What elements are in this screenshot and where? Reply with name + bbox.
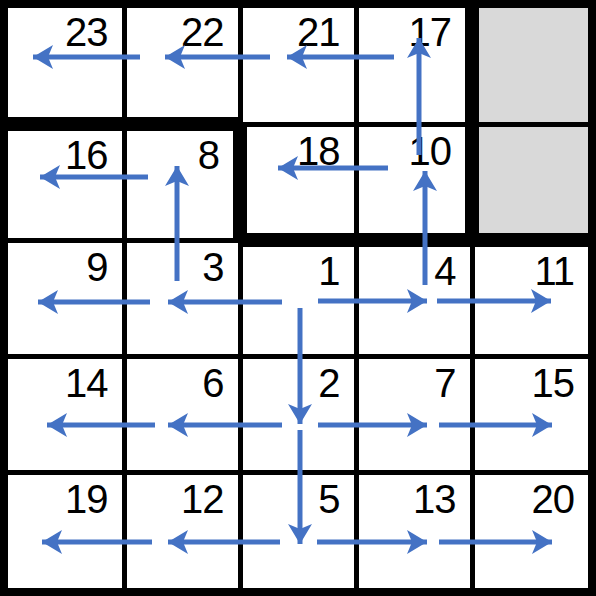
cell-number-6: 6 [202,363,223,403]
cell-r3c4[interactable]: 4 [359,247,470,354]
cell-r3c5[interactable]: 11 [475,247,589,354]
cell-r1c1[interactable]: 23 [8,8,122,117]
cell-number-11: 11 [534,251,574,291]
cell-r1c2[interactable]: 22 [127,8,238,117]
cell-r4c5[interactable]: 15 [475,359,589,470]
cell-number-14: 14 [65,363,108,403]
cell-r2c3[interactable]: 18 [247,127,354,234]
blocked-cell-r2c5 [479,127,588,234]
cell-r4c1[interactable]: 14 [8,359,122,470]
blocked-cell-r1c5 [479,8,588,122]
cell-number-8: 8 [198,135,219,175]
cell-r3c1[interactable]: 9 [8,243,122,354]
cell-r1c3[interactable]: 21 [243,8,354,122]
cell-number-17: 17 [409,12,452,52]
cell-r4c2[interactable]: 6 [127,359,238,470]
puzzle-screenshot: 2322211716818109314111462715191251320 [0,0,596,596]
cell-r1c4[interactable]: 17 [359,8,466,122]
cell-number-20: 20 [532,479,575,519]
cell-number-4: 4 [434,251,455,291]
cell-number-22: 22 [181,12,224,52]
cell-r5c2[interactable]: 12 [127,475,238,589]
cell-r3c3[interactable]: 1 [243,247,354,354]
puzzle-board: 2322211716818109314111462715191251320 [0,0,596,596]
cell-number-1: 1 [318,251,339,291]
cell-r3c2[interactable]: 3 [127,243,238,354]
cell-number-7: 7 [434,363,455,403]
cell-r5c1[interactable]: 19 [8,475,122,589]
cell-number-5: 5 [318,479,339,519]
cell-number-9: 9 [86,247,107,287]
cell-number-18: 18 [297,131,340,171]
cell-number-21: 21 [297,12,340,52]
cell-number-19: 19 [65,479,108,519]
cell-r5c4[interactable]: 13 [359,475,470,589]
cell-number-23: 23 [65,12,108,52]
cell-number-10: 10 [409,131,452,171]
cell-number-16: 16 [65,135,108,175]
cell-number-15: 15 [532,363,575,403]
cell-r5c3[interactable]: 5 [243,475,354,589]
cell-r2c1[interactable]: 16 [8,131,122,238]
cell-number-3: 3 [202,247,223,287]
cell-r2c2[interactable]: 8 [127,131,234,238]
cell-number-12: 12 [181,479,224,519]
cell-r5c5[interactable]: 20 [475,475,589,589]
cell-r2c4[interactable]: 10 [359,127,466,234]
cell-number-2: 2 [318,363,339,403]
cell-number-13: 13 [413,479,456,519]
cell-r4c3[interactable]: 2 [243,359,354,470]
cell-r4c4[interactable]: 7 [359,359,470,470]
